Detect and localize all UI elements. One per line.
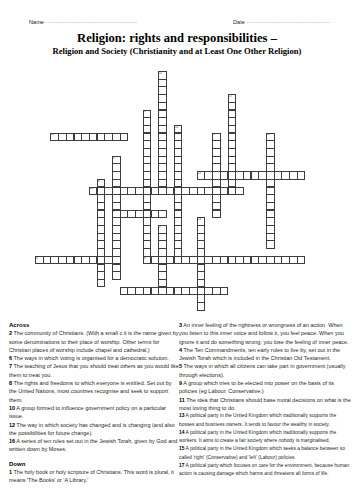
clue-item-number: 17 — [179, 463, 184, 468]
clue-item-number: 11 — [179, 397, 185, 403]
clue-item: 13 A political party in the United Kingd… — [179, 412, 351, 429]
clue-number: 15 — [159, 72, 162, 75]
clue-number: 8 — [36, 257, 38, 260]
grid-cell[interactable] — [212, 163, 221, 172]
clue-item: 5 The ways in which all citizens can tak… — [179, 362, 351, 379]
grid-cell[interactable] — [266, 163, 275, 172]
clue-item: 3 An inner feeling of the rightness or w… — [179, 321, 351, 346]
page-title: Religion: rights and responsibilities – — [0, 31, 354, 46]
clue-item-number: 1 — [9, 469, 12, 475]
clue-number: 16 — [90, 187, 93, 190]
clue-item-number: 15 — [179, 446, 184, 451]
grid-cell[interactable] — [174, 248, 183, 257]
grid-cell[interactable] — [174, 179, 183, 188]
grid-cell[interactable] — [158, 179, 167, 188]
name-field: Name ...................................… — [29, 18, 137, 25]
clue-number: 12 — [198, 172, 201, 175]
grid-cell[interactable] — [212, 179, 221, 188]
clue-number: 10 — [51, 133, 54, 136]
clue-item-number: 14 — [179, 430, 184, 435]
clue-item-number: 13 — [179, 413, 184, 418]
clue-item: 4 The Ten Commandments, ten early rules … — [179, 346, 351, 363]
clue-number: 6 — [144, 257, 146, 260]
clues-right-column: 3 An inner feeling of the rightness or w… — [179, 321, 351, 479]
clue-item: 2 The community of Christians. (With a s… — [9, 329, 179, 354]
grid-cell[interactable] — [228, 163, 237, 172]
grid-cell[interactable] — [235, 187, 244, 196]
clue-item: 7 The teaching of Jesus that you should … — [9, 362, 179, 379]
date-dotted-line: ........................................… — [246, 18, 330, 24]
clue-item-number: 3 — [179, 322, 182, 328]
grid-cell[interactable] — [112, 271, 121, 280]
grid-cell[interactable] — [97, 279, 106, 288]
grid-cell[interactable] — [143, 179, 152, 188]
clue-item-number: 10 — [9, 405, 15, 411]
clues-left-column: Across2 The community of Christians. (Wi… — [9, 321, 179, 485]
clue-item-number: 8 — [9, 380, 12, 386]
worksheet-page: Name ...................................… — [0, 0, 354, 500]
grid-cell[interactable] — [266, 240, 275, 249]
grid-cell[interactable] — [112, 179, 121, 188]
clue-item: 11 The idea that Christians should base … — [179, 396, 351, 413]
clue-number: 3 — [144, 110, 146, 113]
page-subtitle: Religion and Society (Christianity and a… — [0, 46, 354, 56]
grid-cell[interactable] — [143, 248, 152, 257]
clue-item-number: 12 — [9, 422, 15, 428]
clue-number: 1 — [213, 133, 215, 136]
clue-item: 15 A political party in the United Kingd… — [179, 445, 351, 462]
clue-item-number: 2 — [9, 330, 12, 336]
clue-section-header: Down — [9, 460, 179, 468]
clue-item: 9 A group which tries to be elected into… — [179, 379, 351, 396]
clue-item-number: 7 — [9, 363, 12, 369]
clue-number: 4 — [98, 180, 100, 183]
clue-item-number: 16 — [9, 438, 15, 444]
grid-cell[interactable] — [197, 302, 206, 311]
clue-item: 16 A series of ten rules set out in the … — [9, 437, 179, 454]
grid-cell[interactable] — [158, 279, 167, 288]
grid-cell[interactable] — [158, 248, 167, 257]
clue-item: 17 A political party which focuses on ca… — [179, 462, 351, 479]
clue-item: 12 The way in which society has changed … — [9, 421, 179, 438]
clue-item: 14 A political party in the United Kingd… — [179, 429, 351, 446]
clue-item-number: 9 — [179, 380, 182, 386]
clue-number: 11 — [267, 133, 270, 136]
clue-item-number: 4 — [179, 347, 182, 353]
name-label: Name — [29, 19, 44, 25]
grid-cell[interactable] — [197, 279, 206, 288]
date-label: Date — [233, 19, 245, 25]
grid-cell[interactable] — [220, 287, 229, 296]
clue-number: 7 — [121, 287, 123, 290]
clue-item-number: 6 — [9, 355, 12, 361]
clue-number: 13 — [175, 126, 178, 129]
clue-number: 2 — [113, 210, 115, 213]
clue-item-number: 5 — [179, 363, 182, 369]
clue-number: 5 — [159, 226, 161, 229]
grid-cell[interactable] — [158, 210, 167, 219]
clue-item: 6 The ways in which voting is organised … — [9, 354, 179, 362]
clue-number: 9 — [113, 157, 115, 160]
clue-section-header: Across — [9, 321, 179, 329]
clue-item: 8 The rights and freedoms to which every… — [9, 379, 179, 404]
clue-number: 14 — [198, 218, 201, 221]
date-field: Date ...................................… — [233, 18, 330, 25]
grid-cell[interactable] — [97, 248, 106, 257]
grid-cell[interactable] — [297, 256, 306, 265]
clue-item: 1 The holy book or holy scripture of Chr… — [9, 468, 179, 485]
grid-cell[interactable] — [228, 179, 237, 188]
grid-cell[interactable] — [197, 248, 206, 257]
grid-cell[interactable] — [297, 171, 306, 180]
grid-cell[interactable] — [143, 202, 152, 211]
grid-cell[interactable] — [120, 133, 129, 142]
clue-item: 10 A group formed to influence governmen… — [9, 404, 179, 421]
name-dotted-line: ........................................… — [45, 18, 137, 24]
grid-cell[interactable] — [112, 248, 121, 257]
clue-number: 17 — [229, 95, 232, 98]
grid-cell[interactable] — [212, 210, 221, 219]
